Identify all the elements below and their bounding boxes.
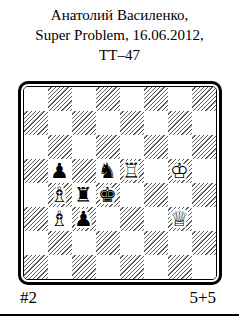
square-e2 [120, 231, 144, 255]
square-e5: ♜♖ [120, 159, 144, 183]
square-d3 [96, 207, 120, 231]
square-c5 [72, 159, 96, 183]
square-f2 [144, 231, 168, 255]
square-c4: ♜ [72, 183, 96, 207]
square-c6 [72, 135, 96, 159]
problem-title: Анатолий Василенко, Super Problem, 16.06… [0, 0, 239, 65]
square-g2 [168, 231, 192, 255]
square-c3: ♟ [72, 207, 96, 231]
square-b3: ♝♗ [48, 207, 72, 231]
square-f5 [144, 159, 168, 183]
square-g7 [168, 111, 192, 135]
piece-white-king: ♔ [168, 159, 192, 183]
square-c2 [72, 231, 96, 255]
piece-black-pawn: ♟ [72, 207, 96, 231]
bottom-divider [0, 314, 239, 316]
board-inner-frame: ♟♞♜♖♚♔♝♗♜♚♝♗♟♛♕ [23, 86, 217, 280]
stipulation-label: #2 [20, 288, 37, 308]
square-f3 [144, 207, 168, 231]
square-h6 [192, 135, 216, 159]
square-e8 [120, 87, 144, 111]
square-h8 [192, 87, 216, 111]
chess-board: ♟♞♜♖♚♔♝♗♜♚♝♗♟♛♕ [24, 87, 216, 279]
square-c8 [72, 87, 96, 111]
square-e1 [120, 255, 144, 279]
caption-row: #2 5+5 [0, 288, 239, 308]
piece-black-king: ♚ [96, 183, 120, 207]
square-a1 [24, 255, 48, 279]
material-count-label: 5+5 [189, 288, 216, 308]
problem-tourney: ТТ–47 [0, 45, 239, 65]
square-d4: ♚ [96, 183, 120, 207]
piece-white-king-fill: ♚ [168, 159, 192, 183]
piece-white-rook-fill: ♜ [120, 159, 144, 183]
square-d8 [96, 87, 120, 111]
square-f7 [144, 111, 168, 135]
square-e4 [120, 183, 144, 207]
square-a3 [24, 207, 48, 231]
piece-white-rook: ♖ [120, 159, 144, 183]
square-h3 [192, 207, 216, 231]
square-g8 [168, 87, 192, 111]
square-d7 [96, 111, 120, 135]
square-h1 [192, 255, 216, 279]
square-f6 [144, 135, 168, 159]
piece-white-bishop: ♗ [48, 207, 72, 231]
square-b6 [48, 135, 72, 159]
square-b5: ♟ [48, 159, 72, 183]
square-e7 [120, 111, 144, 135]
square-g6 [168, 135, 192, 159]
square-h2 [192, 231, 216, 255]
square-a7 [24, 111, 48, 135]
piece-black-rook: ♜ [72, 183, 96, 207]
square-f8 [144, 87, 168, 111]
piece-white-queen: ♕ [168, 207, 192, 231]
piece-black-knight: ♞ [96, 159, 120, 183]
piece-white-bishop-fill: ♝ [48, 207, 72, 231]
square-b1 [48, 255, 72, 279]
board-area: ♟♞♜♖♚♔♝♗♜♚♝♗♟♛♕ [0, 81, 239, 285]
square-g1 [168, 255, 192, 279]
square-d5: ♞ [96, 159, 120, 183]
square-e6 [120, 135, 144, 159]
square-c7 [72, 111, 96, 135]
square-b2 [48, 231, 72, 255]
square-b8 [48, 87, 72, 111]
square-f1 [144, 255, 168, 279]
square-a6 [24, 135, 48, 159]
square-d1 [96, 255, 120, 279]
square-g4 [168, 183, 192, 207]
square-b4: ♝♗ [48, 183, 72, 207]
problem-source: Super Problem, 16.06.2012, [0, 25, 239, 45]
square-a8 [24, 87, 48, 111]
square-g5: ♚♔ [168, 159, 192, 183]
square-d2 [96, 231, 120, 255]
square-a4 [24, 183, 48, 207]
square-a2 [24, 231, 48, 255]
square-h4 [192, 183, 216, 207]
square-h7 [192, 111, 216, 135]
piece-black-pawn: ♟ [48, 159, 72, 183]
problem-author: Анатолий Василенко, [0, 5, 239, 25]
board-outer-frame: ♟♞♜♖♚♔♝♗♜♚♝♗♟♛♕ [18, 81, 222, 285]
piece-white-bishop: ♗ [48, 183, 72, 207]
square-g3: ♛♕ [168, 207, 192, 231]
square-b7 [48, 111, 72, 135]
square-d6 [96, 135, 120, 159]
piece-white-bishop-fill: ♝ [48, 183, 72, 207]
square-f4 [144, 183, 168, 207]
square-a5 [24, 159, 48, 183]
square-c1 [72, 255, 96, 279]
piece-white-queen-fill: ♛ [168, 207, 192, 231]
square-h5 [192, 159, 216, 183]
square-e3 [120, 207, 144, 231]
